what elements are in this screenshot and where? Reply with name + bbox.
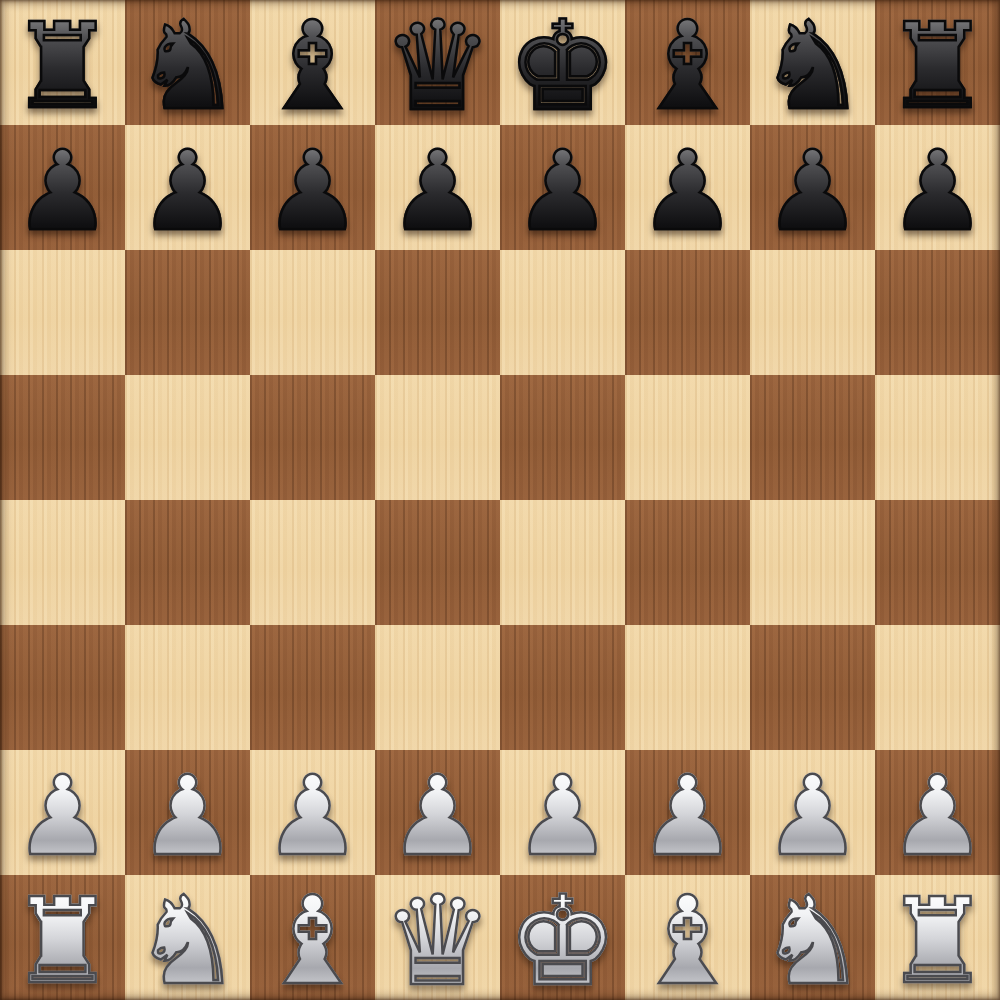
square-c7[interactable]: ♟ — [250, 125, 375, 250]
white-rook-glyph: ♜ — [885, 882, 991, 1000]
piece-black-pawn[interactable]: ♟ — [250, 128, 375, 253]
square-b7[interactable]: ♟ — [125, 125, 250, 250]
square-d7[interactable]: ♟ — [375, 125, 500, 250]
square-e1[interactable]: ♚ — [500, 875, 625, 1000]
white-bishop-glyph: ♝ — [633, 880, 742, 1000]
white-rook-glyph: ♜ — [10, 882, 116, 1000]
piece-black-pawn[interactable]: ♟ — [875, 128, 1000, 253]
piece-white-knight[interactable]: ♞ — [750, 878, 875, 1000]
black-pawn-glyph: ♟ — [638, 136, 737, 246]
square-a7[interactable]: ♟ — [0, 125, 125, 250]
white-knight-glyph: ♞ — [758, 880, 867, 1000]
black-knight-glyph: ♞ — [758, 5, 867, 127]
piece-white-rook[interactable]: ♜ — [875, 878, 1000, 1000]
square-c6[interactable] — [250, 250, 375, 375]
black-rook-glyph: ♜ — [10, 7, 116, 125]
piece-white-pawn[interactable]: ♟ — [375, 753, 500, 878]
square-a6[interactable] — [0, 250, 125, 375]
white-pawn-glyph: ♟ — [13, 761, 112, 871]
square-e2[interactable]: ♟ — [500, 750, 625, 875]
square-b3[interactable] — [125, 625, 250, 750]
square-g6[interactable] — [750, 250, 875, 375]
piece-black-rook[interactable]: ♜ — [875, 3, 1000, 128]
white-queen-glyph: ♛ — [382, 879, 493, 1000]
piece-black-king[interactable]: ♚ — [500, 3, 625, 128]
piece-white-queen[interactable]: ♛ — [375, 878, 500, 1000]
piece-black-bishop[interactable]: ♝ — [625, 3, 750, 128]
square-b2[interactable]: ♟ — [125, 750, 250, 875]
square-e4[interactable] — [500, 500, 625, 625]
square-b5[interactable] — [125, 375, 250, 500]
white-pawn-glyph: ♟ — [638, 761, 737, 871]
black-pawn-glyph: ♟ — [13, 136, 112, 246]
white-knight-glyph: ♞ — [133, 880, 242, 1000]
square-c1[interactable]: ♝ — [250, 875, 375, 1000]
piece-black-pawn[interactable]: ♟ — [625, 128, 750, 253]
black-queen-glyph: ♛ — [382, 4, 493, 128]
piece-white-pawn[interactable]: ♟ — [625, 753, 750, 878]
black-bishop-glyph: ♝ — [258, 5, 367, 127]
square-g7[interactable]: ♟ — [750, 125, 875, 250]
black-pawn-glyph: ♟ — [888, 136, 987, 246]
square-a1[interactable]: ♜ — [0, 875, 125, 1000]
square-f2[interactable]: ♟ — [625, 750, 750, 875]
square-b6[interactable] — [125, 250, 250, 375]
piece-black-pawn[interactable]: ♟ — [0, 128, 125, 253]
white-pawn-glyph: ♟ — [513, 761, 612, 871]
black-king-glyph: ♚ — [507, 4, 618, 128]
white-pawn-glyph: ♟ — [888, 761, 987, 871]
square-f5[interactable] — [625, 375, 750, 500]
square-f4[interactable] — [625, 500, 750, 625]
piece-black-pawn[interactable]: ♟ — [500, 128, 625, 253]
square-c8[interactable]: ♝ — [250, 0, 375, 125]
square-f6[interactable] — [625, 250, 750, 375]
square-a2[interactable]: ♟ — [0, 750, 125, 875]
black-pawn-glyph: ♟ — [513, 136, 612, 246]
square-h2[interactable]: ♟ — [875, 750, 1000, 875]
square-e6[interactable] — [500, 250, 625, 375]
square-b8[interactable]: ♞ — [125, 0, 250, 125]
square-c3[interactable] — [250, 625, 375, 750]
square-h5[interactable] — [875, 375, 1000, 500]
square-e5[interactable] — [500, 375, 625, 500]
square-h3[interactable] — [875, 625, 1000, 750]
piece-white-king[interactable]: ♚ — [500, 878, 625, 1000]
piece-black-pawn[interactable]: ♟ — [125, 128, 250, 253]
piece-white-rook[interactable]: ♜ — [0, 878, 125, 1000]
black-bishop-glyph: ♝ — [633, 5, 742, 127]
piece-black-queen[interactable]: ♛ — [375, 3, 500, 128]
square-h7[interactable]: ♟ — [875, 125, 1000, 250]
piece-white-pawn[interactable]: ♟ — [500, 753, 625, 878]
white-pawn-glyph: ♟ — [263, 761, 362, 871]
square-f8[interactable]: ♝ — [625, 0, 750, 125]
square-e8[interactable]: ♚ — [500, 0, 625, 125]
square-b1[interactable]: ♞ — [125, 875, 250, 1000]
square-d1[interactable]: ♛ — [375, 875, 500, 1000]
square-e3[interactable] — [500, 625, 625, 750]
square-a5[interactable] — [0, 375, 125, 500]
square-d2[interactable]: ♟ — [375, 750, 500, 875]
piece-black-knight[interactable]: ♞ — [750, 3, 875, 128]
square-h1[interactable]: ♜ — [875, 875, 1000, 1000]
square-d3[interactable] — [375, 625, 500, 750]
piece-white-pawn[interactable]: ♟ — [750, 753, 875, 878]
square-g4[interactable] — [750, 500, 875, 625]
square-d4[interactable] — [375, 500, 500, 625]
square-f1[interactable]: ♝ — [625, 875, 750, 1000]
piece-black-pawn[interactable]: ♟ — [375, 128, 500, 253]
black-knight-glyph: ♞ — [133, 5, 242, 127]
piece-black-pawn[interactable]: ♟ — [750, 128, 875, 253]
square-f7[interactable]: ♟ — [625, 125, 750, 250]
black-pawn-glyph: ♟ — [138, 136, 237, 246]
square-g1[interactable]: ♞ — [750, 875, 875, 1000]
square-c2[interactable]: ♟ — [250, 750, 375, 875]
white-pawn-glyph: ♟ — [138, 761, 237, 871]
piece-white-knight[interactable]: ♞ — [125, 878, 250, 1000]
piece-white-bishop[interactable]: ♝ — [250, 878, 375, 1000]
square-d8[interactable]: ♛ — [375, 0, 500, 125]
black-rook-glyph: ♜ — [885, 7, 991, 125]
piece-white-pawn[interactable]: ♟ — [125, 753, 250, 878]
square-a3[interactable] — [0, 625, 125, 750]
square-g2[interactable]: ♟ — [750, 750, 875, 875]
white-bishop-glyph: ♝ — [258, 880, 367, 1000]
piece-white-pawn[interactable]: ♟ — [0, 753, 125, 878]
piece-black-knight[interactable]: ♞ — [125, 3, 250, 128]
white-pawn-glyph: ♟ — [388, 761, 487, 871]
square-h4[interactable] — [875, 500, 1000, 625]
square-h6[interactable] — [875, 250, 1000, 375]
square-e7[interactable]: ♟ — [500, 125, 625, 250]
square-b4[interactable] — [125, 500, 250, 625]
piece-white-bishop[interactable]: ♝ — [625, 878, 750, 1000]
piece-black-rook[interactable]: ♜ — [0, 3, 125, 128]
chess-board: ♜♞♝♛♚♝♞♜♟♟♟♟♟♟♟♟♟♟♟♟♟♟♟♟♜♞♝♛♚♝♞♜ — [0, 0, 1000, 1000]
black-pawn-glyph: ♟ — [263, 136, 362, 246]
square-g5[interactable] — [750, 375, 875, 500]
square-a4[interactable] — [0, 500, 125, 625]
chess-app-screen: ♜♞♝♛♚♝♞♜♟♟♟♟♟♟♟♟♟♟♟♟♟♟♟♟♜♞♝♛♚♝♞♜ — [0, 0, 1000, 1000]
square-c5[interactable] — [250, 375, 375, 500]
square-a8[interactable]: ♜ — [0, 0, 125, 125]
square-d5[interactable] — [375, 375, 500, 500]
square-c4[interactable] — [250, 500, 375, 625]
square-g8[interactable]: ♞ — [750, 0, 875, 125]
black-pawn-glyph: ♟ — [763, 136, 862, 246]
black-pawn-glyph: ♟ — [388, 136, 487, 246]
piece-black-bishop[interactable]: ♝ — [250, 3, 375, 128]
square-f3[interactable] — [625, 625, 750, 750]
square-d6[interactable] — [375, 250, 500, 375]
square-g3[interactable] — [750, 625, 875, 750]
white-pawn-glyph: ♟ — [763, 761, 862, 871]
square-h8[interactable]: ♜ — [875, 0, 1000, 125]
white-king-glyph: ♚ — [507, 879, 618, 1000]
piece-white-pawn[interactable]: ♟ — [250, 753, 375, 878]
piece-white-pawn[interactable]: ♟ — [875, 753, 1000, 878]
